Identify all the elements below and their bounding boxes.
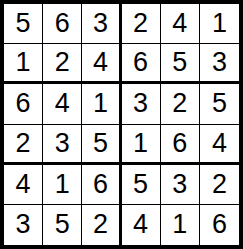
cell-r6c5[interactable]: 1 xyxy=(161,205,200,245)
cell-r1c4[interactable]: 2 xyxy=(122,4,161,44)
cell-r3c5[interactable]: 2 xyxy=(161,84,200,124)
cell-r3c6[interactable]: 5 xyxy=(200,84,239,124)
cell-r3c3[interactable]: 1 xyxy=(82,84,121,124)
cell-r4c1[interactable]: 2 xyxy=(4,125,43,165)
cell-r4c3[interactable]: 5 xyxy=(82,125,121,165)
cell-r2c6[interactable]: 3 xyxy=(200,44,239,84)
cell-r3c4[interactable]: 3 xyxy=(122,84,161,124)
cell-r2c2[interactable]: 2 xyxy=(43,44,82,84)
cell-r6c6[interactable]: 6 xyxy=(200,205,239,245)
cell-r6c2[interactable]: 5 xyxy=(43,205,82,245)
cell-r4c6[interactable]: 4 xyxy=(200,125,239,165)
cell-r6c3[interactable]: 2 xyxy=(82,205,121,245)
cell-r1c2[interactable]: 6 xyxy=(43,4,82,44)
cell-r4c4[interactable]: 1 xyxy=(122,125,161,165)
cell-r1c3[interactable]: 3 xyxy=(82,4,121,44)
cell-r2c1[interactable]: 1 xyxy=(4,44,43,84)
cell-r4c5[interactable]: 6 xyxy=(161,125,200,165)
cell-r2c3[interactable]: 4 xyxy=(82,44,121,84)
cell-r5c3[interactable]: 6 xyxy=(82,165,121,205)
cell-r2c5[interactable]: 5 xyxy=(161,44,200,84)
cell-r5c6[interactable]: 2 xyxy=(200,165,239,205)
cell-r2c4[interactable]: 6 xyxy=(122,44,161,84)
cell-r6c4[interactable]: 4 xyxy=(122,205,161,245)
cell-r3c1[interactable]: 6 xyxy=(4,84,43,124)
cell-r1c5[interactable]: 4 xyxy=(161,4,200,44)
sudoku-board: 563241124653641325235164416532352416 xyxy=(0,0,243,249)
cell-r1c6[interactable]: 1 xyxy=(200,4,239,44)
cell-r4c2[interactable]: 3 xyxy=(43,125,82,165)
cell-r3c2[interactable]: 4 xyxy=(43,84,82,124)
cell-r6c1[interactable]: 3 xyxy=(4,205,43,245)
cell-r5c1[interactable]: 4 xyxy=(4,165,43,205)
cell-r5c5[interactable]: 3 xyxy=(161,165,200,205)
cell-r1c1[interactable]: 5 xyxy=(4,4,43,44)
cell-r5c4[interactable]: 5 xyxy=(122,165,161,205)
cell-r5c2[interactable]: 1 xyxy=(43,165,82,205)
